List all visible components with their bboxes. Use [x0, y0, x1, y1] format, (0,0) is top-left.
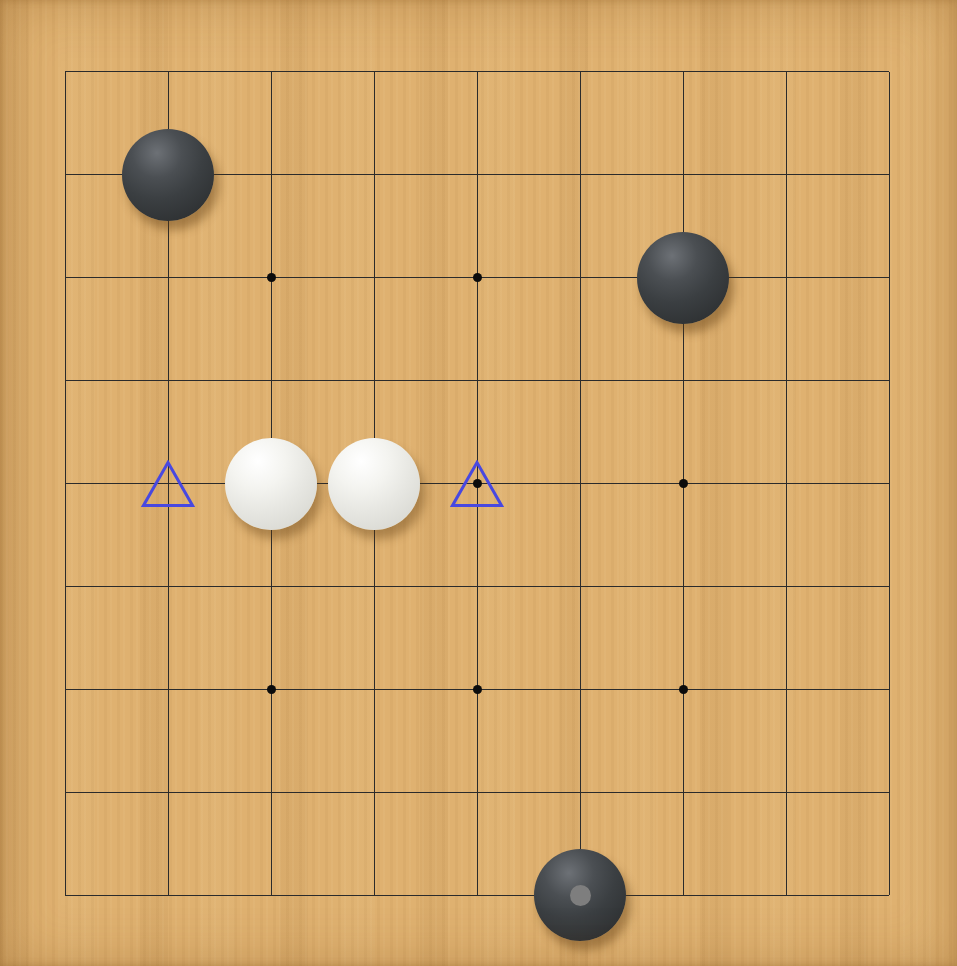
intersection-J4[interactable] [838, 535, 941, 638]
intersection-H9[interactable] [735, 21, 838, 124]
triangle-mark [450, 460, 504, 508]
intersection-E6[interactable] [426, 329, 529, 432]
intersection-F7[interactable] [529, 226, 632, 329]
intersection-E8[interactable] [426, 123, 529, 226]
intersection-B1[interactable] [117, 844, 220, 947]
triangle-mark [141, 460, 195, 508]
intersection-A5[interactable] [14, 432, 117, 535]
intersection-H2[interactable] [735, 741, 838, 844]
intersection-A7[interactable] [14, 226, 117, 329]
intersection-F1[interactable] [529, 844, 632, 947]
intersection-A6[interactable] [14, 329, 117, 432]
intersection-B6[interactable] [117, 329, 220, 432]
go-board [14, 21, 941, 947]
intersection-G6[interactable] [632, 329, 735, 432]
go-board-screen [0, 0, 957, 966]
intersection-A9[interactable] [14, 21, 117, 124]
intersection-B8[interactable] [117, 123, 220, 226]
intersection-D5[interactable] [323, 432, 426, 535]
intersection-H7[interactable] [735, 226, 838, 329]
intersection-C1[interactable] [220, 844, 323, 947]
intersection-F6[interactable] [529, 329, 632, 432]
intersection-J7[interactable] [838, 226, 941, 329]
intersection-D2[interactable] [323, 741, 426, 844]
intersection-C3[interactable] [220, 638, 323, 741]
intersection-G1[interactable] [632, 844, 735, 947]
intersection-D8[interactable] [323, 123, 426, 226]
intersection-G8[interactable] [632, 123, 735, 226]
intersection-C8[interactable] [220, 123, 323, 226]
intersection-E4[interactable] [426, 535, 529, 638]
intersection-J9[interactable] [838, 21, 941, 124]
intersection-E1[interactable] [426, 844, 529, 947]
black-stone [534, 849, 626, 941]
intersection-C5[interactable] [220, 432, 323, 535]
intersection-A1[interactable] [14, 844, 117, 947]
white-stone [328, 438, 420, 530]
intersection-B4[interactable] [117, 535, 220, 638]
intersection-E3[interactable] [426, 638, 529, 741]
intersection-D6[interactable] [323, 329, 426, 432]
intersection-F2[interactable] [529, 741, 632, 844]
intersection-F5[interactable] [529, 432, 632, 535]
white-stone [225, 438, 317, 530]
intersection-C9[interactable] [220, 21, 323, 124]
intersection-A2[interactable] [14, 741, 117, 844]
intersection-H3[interactable] [735, 638, 838, 741]
intersection-G7[interactable] [632, 226, 735, 329]
intersection-H6[interactable] [735, 329, 838, 432]
intersection-G3[interactable] [632, 638, 735, 741]
hoshi-point [679, 479, 688, 488]
intersection-E2[interactable] [426, 741, 529, 844]
intersection-A4[interactable] [14, 535, 117, 638]
intersection-A3[interactable] [14, 638, 117, 741]
intersection-C2[interactable] [220, 741, 323, 844]
intersection-B7[interactable] [117, 226, 220, 329]
intersection-C4[interactable] [220, 535, 323, 638]
intersection-G4[interactable] [632, 535, 735, 638]
hoshi-point [679, 685, 688, 694]
hoshi-point [267, 685, 276, 694]
intersection-J1[interactable] [838, 844, 941, 947]
intersection-B9[interactable] [117, 21, 220, 124]
intersection-C7[interactable] [220, 226, 323, 329]
hoshi-point [267, 273, 276, 282]
intersection-F4[interactable] [529, 535, 632, 638]
intersection-A8[interactable] [14, 123, 117, 226]
last-move-marker [570, 885, 591, 906]
intersection-E9[interactable] [426, 21, 529, 124]
intersection-E5[interactable] [426, 432, 529, 535]
intersection-H4[interactable] [735, 535, 838, 638]
intersection-H8[interactable] [735, 123, 838, 226]
intersection-J5[interactable] [838, 432, 941, 535]
black-stone [637, 232, 729, 324]
black-stone [122, 129, 214, 221]
intersection-D7[interactable] [323, 226, 426, 329]
intersection-G5[interactable] [632, 432, 735, 535]
intersection-B3[interactable] [117, 638, 220, 741]
intersection-D9[interactable] [323, 21, 426, 124]
intersection-B5[interactable] [117, 432, 220, 535]
intersection-C6[interactable] [220, 329, 323, 432]
intersection-F3[interactable] [529, 638, 632, 741]
intersection-J8[interactable] [838, 123, 941, 226]
intersection-J6[interactable] [838, 329, 941, 432]
intersection-B2[interactable] [117, 741, 220, 844]
hoshi-point [473, 273, 482, 282]
intersection-G2[interactable] [632, 741, 735, 844]
intersection-H1[interactable] [735, 844, 838, 947]
intersection-D3[interactable] [323, 638, 426, 741]
intersection-G9[interactable] [632, 21, 735, 124]
intersection-J2[interactable] [838, 741, 941, 844]
intersection-D4[interactable] [323, 535, 426, 638]
hoshi-point [473, 685, 482, 694]
intersection-F9[interactable] [529, 21, 632, 124]
intersection-D1[interactable] [323, 844, 426, 947]
intersection-E7[interactable] [426, 226, 529, 329]
intersection-H5[interactable] [735, 432, 838, 535]
intersection-J3[interactable] [838, 638, 941, 741]
intersection-F8[interactable] [529, 123, 632, 226]
